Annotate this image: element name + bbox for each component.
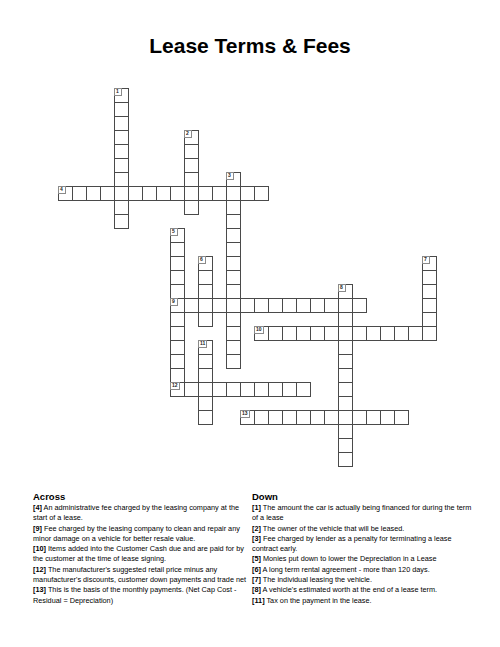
grid-cell[interactable] [114, 158, 129, 173]
grid-cell[interactable] [240, 186, 255, 201]
grid-cell[interactable]: 12 [170, 382, 185, 397]
grid-cell[interactable] [170, 326, 185, 341]
grid-cell[interactable] [282, 326, 297, 341]
grid-cell[interactable] [198, 368, 213, 383]
cell-number: 6 [198, 256, 206, 264]
grid-cell[interactable]: 7 [422, 256, 437, 271]
clue-number: [5] [252, 554, 261, 563]
grid-cell[interactable] [226, 354, 241, 369]
cell-number: 7 [422, 256, 430, 264]
grid-cell[interactable] [114, 200, 129, 215]
cell-number: 10 [254, 326, 264, 334]
grid-cell[interactable] [338, 438, 353, 453]
grid-cell[interactable] [142, 186, 157, 201]
grid-cell[interactable] [394, 410, 409, 425]
clue-number: [3] [252, 534, 261, 543]
grid-cell[interactable] [114, 214, 129, 229]
clue-number: [10] [33, 544, 46, 553]
clue: [2] The owner of the vehicle that will b… [252, 524, 472, 534]
grid-cell[interactable] [226, 256, 241, 271]
grid-cell[interactable] [226, 284, 241, 299]
clue: [1] The amount the car is actually being… [252, 503, 472, 524]
grid-cell[interactable] [268, 326, 283, 341]
grid-cell[interactable] [226, 326, 241, 341]
cell-number: 3 [226, 172, 234, 180]
cell-number: 5 [170, 228, 178, 236]
grid-cell[interactable] [184, 158, 199, 173]
grid-cell[interactable] [184, 382, 199, 397]
grid-cell[interactable] [366, 410, 381, 425]
grid-cell[interactable] [212, 186, 227, 201]
clue: [3] Fee charged by lender as a penalty f… [252, 534, 472, 555]
grid-cell[interactable] [310, 326, 325, 341]
grid-cell[interactable] [184, 172, 199, 187]
grid-cell[interactable] [338, 396, 353, 411]
grid-cell[interactable] [72, 186, 87, 201]
cell-number: 9 [170, 298, 178, 306]
across-clues-section: Across [4] An administrative fee charged… [33, 490, 249, 606]
grid-cell[interactable] [100, 186, 115, 201]
clue-number: [9] [33, 524, 42, 533]
grid-cell[interactable] [254, 382, 269, 397]
grid-cell[interactable] [226, 270, 241, 285]
grid-cell[interactable] [86, 186, 101, 201]
grid-cell[interactable] [296, 326, 311, 341]
grid-cell[interactable] [226, 200, 241, 215]
grid-cell[interactable] [282, 382, 297, 397]
grid-cell[interactable] [184, 144, 199, 159]
clue: [13] This is the basis of the monthly pa… [33, 585, 249, 606]
grid-cell[interactable] [198, 186, 213, 201]
grid-cell[interactable] [254, 298, 269, 313]
grid-cell[interactable]: 13 [240, 410, 255, 425]
grid-cell[interactable] [226, 340, 241, 355]
grid-cell[interactable] [352, 326, 367, 341]
clue-number: [8] [252, 585, 261, 594]
grid-cell[interactable] [380, 326, 395, 341]
grid-cell[interactable] [324, 410, 339, 425]
grid-cell[interactable] [212, 382, 227, 397]
grid-cell[interactable] [268, 410, 283, 425]
grid-cell[interactable] [296, 410, 311, 425]
grid-cell[interactable] [296, 298, 311, 313]
grid-cell[interactable] [268, 298, 283, 313]
clue: [8] A vehicle's estimated worth at the e… [252, 585, 472, 595]
grid-cell[interactable] [198, 382, 213, 397]
grid-cell[interactable] [128, 186, 143, 201]
clue-number: [7] [252, 575, 261, 584]
grid-cell[interactable] [394, 326, 409, 341]
clue: [12] The manufacturer's suggested retail… [33, 565, 249, 586]
grid-cell[interactable] [422, 284, 437, 299]
grid-cell[interactable] [282, 410, 297, 425]
grid-cell[interactable] [170, 270, 185, 285]
grid-cell[interactable] [324, 298, 339, 313]
grid-cell[interactable] [338, 368, 353, 383]
cell-number: 13 [240, 410, 250, 418]
grid-cell[interactable] [114, 186, 129, 201]
grid-cell[interactable] [268, 382, 283, 397]
grid-cell[interactable] [170, 186, 185, 201]
grid-cell[interactable] [226, 312, 241, 327]
clue: [6] A long term rental agreement - more … [252, 565, 472, 575]
grid-cell[interactable] [170, 256, 185, 271]
grid-cell[interactable]: 9 [170, 298, 185, 313]
grid-cell[interactable] [338, 340, 353, 355]
clue-number: [11] [252, 596, 265, 605]
cell-number: 12 [170, 382, 180, 390]
grid-cell[interactable] [324, 326, 339, 341]
grid-cell[interactable] [114, 172, 129, 187]
grid-cell[interactable] [170, 242, 185, 257]
grid-cell[interactable] [226, 214, 241, 229]
grid-cell[interactable]: 6 [198, 256, 213, 271]
grid-cell[interactable] [310, 298, 325, 313]
grid-cell[interactable] [114, 116, 129, 131]
grid-cell[interactable] [184, 200, 199, 215]
grid-cell[interactable] [338, 326, 353, 341]
down-clues-section: Down [1] The amount the car is actually … [252, 490, 472, 606]
cell-number: 4 [58, 186, 66, 194]
grid-cell[interactable] [114, 144, 129, 159]
grid-cell[interactable] [114, 130, 129, 145]
clue: [5] Monies put down to lower the Depreci… [252, 554, 472, 564]
clue: [9] Fee charged by the leasing company t… [33, 524, 249, 545]
down-header: Down [252, 490, 472, 503]
clue-number: [4] [33, 503, 42, 512]
grid-cell[interactable]: 3 [226, 172, 241, 187]
grid-cell[interactable] [184, 186, 199, 201]
grid-cell[interactable] [422, 298, 437, 313]
clue-number: [1] [252, 503, 261, 512]
grid-cell[interactable] [170, 284, 185, 299]
grid-cell[interactable] [282, 298, 297, 313]
grid-cell[interactable] [226, 382, 241, 397]
grid-cell[interactable] [226, 228, 241, 243]
grid-cell[interactable]: 8 [338, 284, 353, 299]
grid-cell[interactable] [240, 298, 255, 313]
grid-cell[interactable] [198, 354, 213, 369]
grid-cell[interactable] [170, 354, 185, 369]
grid-cell[interactable] [254, 186, 269, 201]
cell-number: 2 [184, 130, 192, 138]
grid-cell[interactable] [352, 298, 367, 313]
grid-cell[interactable] [226, 242, 241, 257]
clue: [4] An administrative fee charged by the… [33, 503, 249, 524]
grid-cell[interactable] [422, 270, 437, 285]
clue-number: [6] [252, 565, 261, 574]
grid-cell[interactable] [226, 298, 241, 313]
grid-cell[interactable] [338, 354, 353, 369]
grid-cell[interactable] [198, 312, 213, 327]
grid-cell[interactable] [422, 326, 437, 341]
grid-cell[interactable]: 4 [58, 186, 73, 201]
grid-cell[interactable]: 10 [254, 326, 269, 341]
grid-cell[interactable] [198, 410, 213, 425]
grid-cell[interactable] [380, 410, 395, 425]
grid-cell[interactable] [184, 298, 199, 313]
grid-cell[interactable] [338, 424, 353, 439]
grid-cell[interactable] [198, 284, 213, 299]
grid-cell[interactable] [366, 326, 381, 341]
grid-cell[interactable] [338, 298, 353, 313]
grid-cell[interactable] [198, 298, 213, 313]
grid-cell[interactable] [198, 270, 213, 285]
clue-number: [13] [33, 585, 46, 594]
grid-cell[interactable] [170, 368, 185, 383]
grid-cell[interactable] [338, 410, 353, 425]
cell-number: 8 [338, 284, 346, 292]
grid-cell[interactable]: 1 [114, 88, 129, 103]
grid-cell[interactable] [310, 410, 325, 425]
clue: [7] The individual leasing the vehicle. [252, 575, 472, 585]
grid-cell[interactable] [114, 102, 129, 117]
clue-number: [12] [33, 565, 46, 574]
clue: [11] Tax on the payment in the lease. [252, 596, 472, 606]
grid-cell[interactable] [170, 340, 185, 355]
crossword-grid: 12345678910111213 [58, 88, 438, 468]
grid-cell[interactable] [338, 382, 353, 397]
across-clue-list: [4] An administrative fee charged by the… [33, 503, 249, 606]
grid-cell[interactable] [254, 410, 269, 425]
clue-number: [2] [252, 524, 261, 533]
grid-cell[interactable] [156, 186, 171, 201]
grid-cell[interactable]: 5 [170, 228, 185, 243]
grid-cell[interactable] [408, 326, 423, 341]
grid-cell[interactable] [296, 382, 311, 397]
grid-cell[interactable] [226, 186, 241, 201]
clue: [10] Items added into the Customer Cash … [33, 544, 249, 565]
grid-cell[interactable]: 2 [184, 130, 199, 145]
grid-cell[interactable] [170, 312, 185, 327]
grid-cell[interactable] [422, 312, 437, 327]
puzzle-title: Lease Terms & Fees [0, 34, 500, 58]
across-header: Across [33, 490, 249, 503]
cell-number: 1 [114, 88, 122, 96]
grid-cell[interactable] [352, 410, 367, 425]
grid-cell[interactable] [338, 312, 353, 327]
grid-cell[interactable] [212, 298, 227, 313]
grid-cell[interactable] [198, 396, 213, 411]
down-clue-list: [1] The amount the car is actually being… [252, 503, 472, 606]
grid-cell[interactable] [240, 382, 255, 397]
crossword-page: Lease Terms & Fees 12345678910111213 Acr… [0, 0, 500, 647]
grid-cell[interactable] [338, 452, 353, 467]
cell-number: 11 [198, 340, 207, 348]
grid-cell[interactable]: 11 [198, 340, 213, 355]
